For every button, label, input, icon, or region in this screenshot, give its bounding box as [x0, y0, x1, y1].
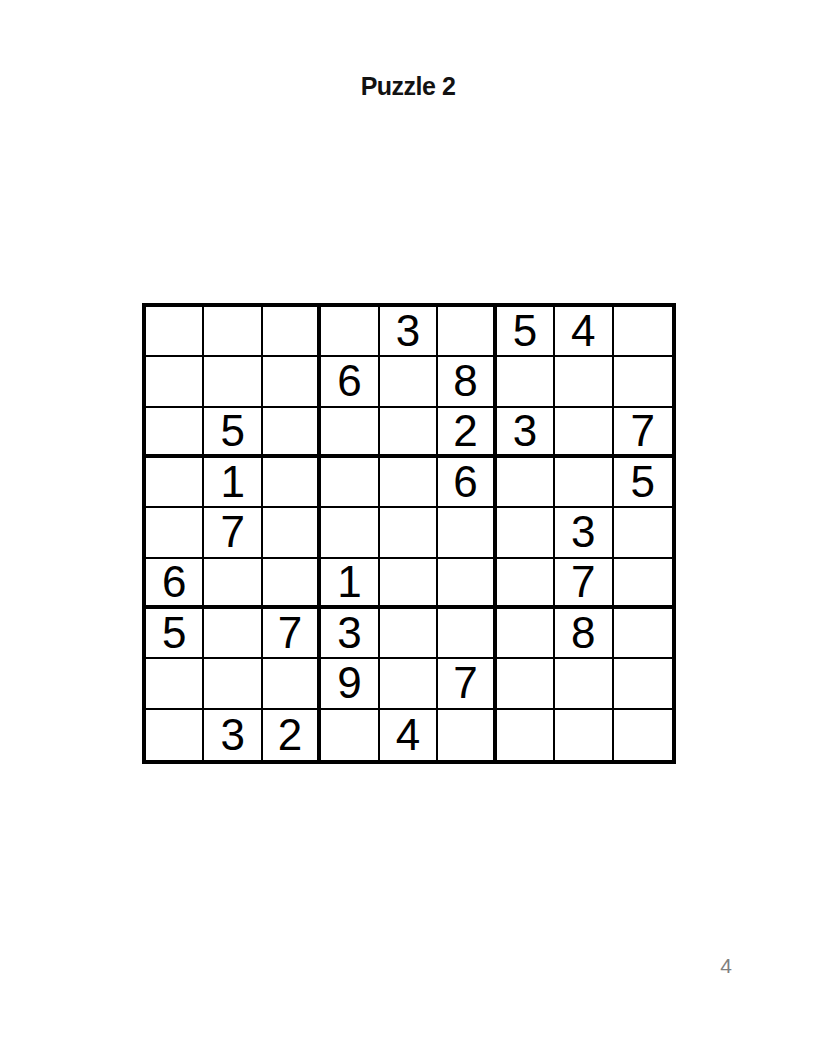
cell-r5c1[interactable] [146, 508, 204, 558]
cell-r2c2[interactable] [204, 357, 262, 407]
cell-r2c1[interactable] [146, 357, 204, 407]
cell-r7c6[interactable] [438, 609, 496, 659]
cell-r1c2[interactable] [204, 307, 262, 357]
cell-r8c4[interactable]: 9 [321, 659, 379, 709]
cell-r5c9[interactable] [614, 508, 672, 558]
cell-r4c8[interactable] [555, 458, 613, 508]
cell-r9c8[interactable] [555, 710, 613, 760]
cell-r2c6[interactable]: 8 [438, 357, 496, 407]
cell-r1c1[interactable] [146, 307, 204, 357]
cell-r6c1[interactable]: 6 [146, 559, 204, 609]
cell-r8c6[interactable]: 7 [438, 659, 496, 709]
cell-r4c2[interactable]: 1 [204, 458, 262, 508]
cell-r9c7[interactable] [497, 710, 555, 760]
cell-r6c7[interactable] [497, 559, 555, 609]
cell-r6c8[interactable]: 7 [555, 559, 613, 609]
cell-r5c7[interactable] [497, 508, 555, 558]
cell-r6c9[interactable] [614, 559, 672, 609]
cell-r5c6[interactable] [438, 508, 496, 558]
cell-r6c5[interactable] [380, 559, 438, 609]
cell-r2c9[interactable] [614, 357, 672, 407]
cell-r2c7[interactable] [497, 357, 555, 407]
cell-r1c3[interactable] [263, 307, 321, 357]
cell-r1c9[interactable] [614, 307, 672, 357]
cell-r7c1[interactable]: 5 [146, 609, 204, 659]
cell-r2c4[interactable]: 6 [321, 357, 379, 407]
cell-r8c1[interactable] [146, 659, 204, 709]
cell-r7c4[interactable]: 3 [321, 609, 379, 659]
cell-r4c3[interactable] [263, 458, 321, 508]
document-page: Puzzle 2 35468523716573617573897324 4 [0, 0, 816, 1056]
page-number: 4 [706, 954, 746, 978]
cell-r5c8[interactable]: 3 [555, 508, 613, 558]
cell-r8c9[interactable] [614, 659, 672, 709]
cell-r7c5[interactable] [380, 609, 438, 659]
cell-r9c5[interactable]: 4 [380, 710, 438, 760]
cell-r3c3[interactable] [263, 408, 321, 458]
cell-r2c8[interactable] [555, 357, 613, 407]
cell-r7c2[interactable] [204, 609, 262, 659]
cell-r4c4[interactable] [321, 458, 379, 508]
cell-r5c3[interactable] [263, 508, 321, 558]
cell-r4c6[interactable]: 6 [438, 458, 496, 508]
cell-r6c3[interactable] [263, 559, 321, 609]
cell-r3c9[interactable]: 7 [614, 408, 672, 458]
cell-r7c9[interactable] [614, 609, 672, 659]
sudoku-grid: 35468523716573617573897324 [142, 303, 676, 764]
cell-r6c6[interactable] [438, 559, 496, 609]
cell-r3c5[interactable] [380, 408, 438, 458]
cell-r9c9[interactable] [614, 710, 672, 760]
cell-r7c3[interactable]: 7 [263, 609, 321, 659]
cell-r1c6[interactable] [438, 307, 496, 357]
cell-r8c2[interactable] [204, 659, 262, 709]
cell-r4c1[interactable] [146, 458, 204, 508]
cell-r1c4[interactable] [321, 307, 379, 357]
cell-r6c2[interactable] [204, 559, 262, 609]
cell-r3c1[interactable] [146, 408, 204, 458]
cell-r9c1[interactable] [146, 710, 204, 760]
cell-r1c8[interactable]: 4 [555, 307, 613, 357]
cell-r9c2[interactable]: 3 [204, 710, 262, 760]
cell-r3c6[interactable]: 2 [438, 408, 496, 458]
cell-r4c7[interactable] [497, 458, 555, 508]
cell-r5c2[interactable]: 7 [204, 508, 262, 558]
puzzle-title: Puzzle 2 [0, 72, 816, 101]
cell-r7c8[interactable]: 8 [555, 609, 613, 659]
cell-r2c3[interactable] [263, 357, 321, 407]
cell-r8c8[interactable] [555, 659, 613, 709]
cell-r4c9[interactable]: 5 [614, 458, 672, 508]
cell-r6c4[interactable]: 1 [321, 559, 379, 609]
cell-r3c8[interactable] [555, 408, 613, 458]
cell-r8c5[interactable] [380, 659, 438, 709]
cell-r9c3[interactable]: 2 [263, 710, 321, 760]
cell-r3c2[interactable]: 5 [204, 408, 262, 458]
cell-r3c4[interactable] [321, 408, 379, 458]
cell-r1c5[interactable]: 3 [380, 307, 438, 357]
cell-r5c4[interactable] [321, 508, 379, 558]
cell-r7c7[interactable] [497, 609, 555, 659]
cell-r9c4[interactable] [321, 710, 379, 760]
cell-r8c3[interactable] [263, 659, 321, 709]
cell-r3c7[interactable]: 3 [497, 408, 555, 458]
cell-r2c5[interactable] [380, 357, 438, 407]
cell-r4c5[interactable] [380, 458, 438, 508]
cell-r1c7[interactable]: 5 [497, 307, 555, 357]
cell-r8c7[interactable] [497, 659, 555, 709]
cell-r9c6[interactable] [438, 710, 496, 760]
cell-r5c5[interactable] [380, 508, 438, 558]
